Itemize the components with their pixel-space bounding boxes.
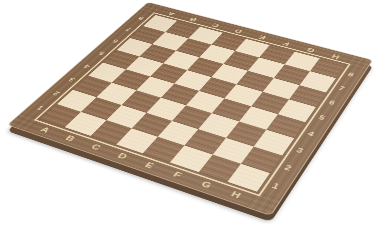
file-label-bottom: H <box>230 189 244 199</box>
file-label-top: B <box>188 16 199 22</box>
file-label-bottom: B <box>64 134 78 143</box>
file-label-top: F <box>281 40 291 46</box>
rank-label-right: 4 <box>306 130 316 138</box>
rank-label-left: 6 <box>110 38 119 44</box>
rank-label-right: 6 <box>328 99 337 106</box>
chess-board: AA88BB77CC66DD55EE44FF33GG22HH11 <box>7 2 373 216</box>
rank-label-right: 5 <box>317 114 326 121</box>
rank-label-right: 7 <box>337 85 346 92</box>
file-label-top: H <box>331 53 342 60</box>
rank-label-right: 2 <box>283 163 293 172</box>
rank-label-left: 1 <box>34 105 45 112</box>
file-label-bottom: E <box>144 160 157 169</box>
file-label-bottom: A <box>39 125 53 134</box>
file-label-top: E <box>257 34 267 40</box>
rank-label-left: 4 <box>82 63 92 69</box>
rank-label-left: 3 <box>66 76 76 83</box>
file-label-top: D <box>233 28 244 34</box>
file-label-bottom: G <box>200 179 214 189</box>
rank-label-left: 7 <box>123 27 132 33</box>
file-label-bottom: F <box>172 170 185 179</box>
file-label-top: G <box>305 47 316 54</box>
board-field <box>40 15 345 192</box>
product-photo: AA88BB77CC66DD55EE44FF33GG22HH11 <box>0 0 376 233</box>
file-label-top: A <box>166 11 177 17</box>
file-label-bottom: D <box>116 151 130 160</box>
rank-label-left: 8 <box>136 16 145 21</box>
rank-label-right: 1 <box>270 182 281 191</box>
rank-label-right: 3 <box>295 146 305 154</box>
file-label-top: C <box>210 22 221 28</box>
rank-label-left: 2 <box>50 90 61 97</box>
rank-label-right: 8 <box>347 71 355 78</box>
rank-label-left: 5 <box>96 50 106 56</box>
file-label-bottom: C <box>90 142 104 151</box>
